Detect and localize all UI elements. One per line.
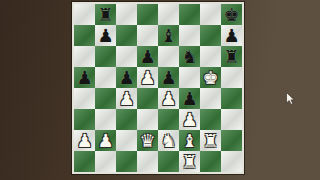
white-knight-e2: ♞ [160, 130, 176, 151]
square-d1 [137, 151, 158, 172]
square-a5: ♟ [74, 67, 95, 88]
square-g2: ♜ [200, 130, 221, 151]
square-b6 [95, 46, 116, 67]
square-g3 [200, 109, 221, 130]
square-g7 [200, 25, 221, 46]
white-rook-f1: ♜ [181, 151, 197, 172]
square-a4 [74, 88, 95, 109]
black-pawn-h7: ♟ [223, 25, 239, 46]
square-g8 [200, 4, 221, 25]
square-b7: ♟ [95, 25, 116, 46]
square-e3 [158, 109, 179, 130]
white-pawn-f3: ♟ [181, 109, 197, 130]
black-bishop-e7: ♝ [160, 25, 176, 46]
white-rook-g2: ♜ [202, 130, 218, 151]
square-b4 [95, 88, 116, 109]
square-d8 [137, 4, 158, 25]
white-pawn-e4: ♟ [160, 88, 176, 109]
square-f8 [179, 4, 200, 25]
black-pawn-d6: ♟ [139, 46, 155, 67]
black-pawn-f4: ♟ [181, 88, 197, 109]
black-rook-b8: ♜ [97, 4, 113, 25]
black-pawn-b7: ♟ [97, 25, 113, 46]
black-rook-h6: ♜ [223, 46, 239, 67]
square-e6 [158, 46, 179, 67]
square-h4 [221, 88, 242, 109]
square-c1 [116, 151, 137, 172]
square-b5 [95, 67, 116, 88]
square-d6: ♟ [137, 46, 158, 67]
square-c3 [116, 109, 137, 130]
mouse-cursor-icon [286, 92, 295, 105]
square-a2: ♟ [74, 130, 95, 151]
white-pawn-a2: ♟ [76, 130, 92, 151]
square-c7 [116, 25, 137, 46]
square-h1 [221, 151, 242, 172]
square-h6: ♜ [221, 46, 242, 67]
square-f7 [179, 25, 200, 46]
square-h3 [221, 109, 242, 130]
black-pawn-e5: ♟ [160, 67, 176, 88]
square-h7: ♟ [221, 25, 242, 46]
video-frame: ♜♚♟♝♟♟♞♜♟♟♟♟♚♟♟♟♟♟♟♛♞♝♜♜ [0, 0, 320, 180]
square-a1 [74, 151, 95, 172]
square-f5 [179, 67, 200, 88]
square-e1 [158, 151, 179, 172]
square-b2: ♟ [95, 130, 116, 151]
square-a7 [74, 25, 95, 46]
square-f3: ♟ [179, 109, 200, 130]
square-g5: ♚ [200, 67, 221, 88]
chess-board: ♜♚♟♝♟♟♞♜♟♟♟♟♚♟♟♟♟♟♟♛♞♝♜♜ [72, 2, 244, 174]
square-e7: ♝ [158, 25, 179, 46]
white-king-g5: ♚ [202, 67, 218, 88]
square-e4: ♟ [158, 88, 179, 109]
square-g6 [200, 46, 221, 67]
square-c2 [116, 130, 137, 151]
square-c5: ♟ [116, 67, 137, 88]
white-pawn-d5: ♟ [139, 67, 155, 88]
square-e2: ♞ [158, 130, 179, 151]
square-d3 [137, 109, 158, 130]
black-king-h8: ♚ [223, 4, 239, 25]
square-h2 [221, 130, 242, 151]
square-d5: ♟ [137, 67, 158, 88]
white-queen-d2: ♛ [139, 130, 155, 151]
square-a8 [74, 4, 95, 25]
square-c4: ♟ [116, 88, 137, 109]
square-d7 [137, 25, 158, 46]
square-a6 [74, 46, 95, 67]
square-c6 [116, 46, 137, 67]
square-f2: ♝ [179, 130, 200, 151]
square-f1: ♜ [179, 151, 200, 172]
square-f4: ♟ [179, 88, 200, 109]
square-g4 [200, 88, 221, 109]
square-e8 [158, 4, 179, 25]
black-pawn-a5: ♟ [76, 67, 92, 88]
square-c8 [116, 4, 137, 25]
square-b3 [95, 109, 116, 130]
white-pawn-b2: ♟ [97, 130, 113, 151]
black-pawn-c5: ♟ [118, 67, 134, 88]
square-b8: ♜ [95, 4, 116, 25]
white-pawn-c4: ♟ [118, 88, 134, 109]
square-d4 [137, 88, 158, 109]
square-h8: ♚ [221, 4, 242, 25]
black-knight-f6: ♞ [181, 46, 197, 67]
square-f6: ♞ [179, 46, 200, 67]
white-bishop-f2: ♝ [181, 130, 197, 151]
square-a3 [74, 109, 95, 130]
square-d2: ♛ [137, 130, 158, 151]
square-e5: ♟ [158, 67, 179, 88]
square-h5 [221, 67, 242, 88]
square-g1 [200, 151, 221, 172]
square-b1 [95, 151, 116, 172]
